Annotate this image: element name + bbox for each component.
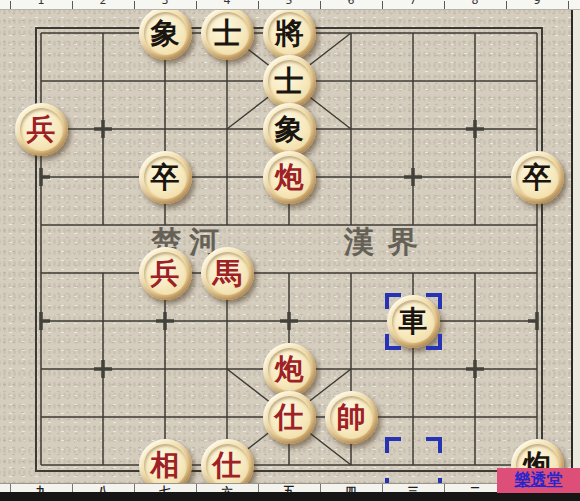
piece-black-chariot[interactable]: 車 [387,295,440,348]
ruler-tick [196,484,197,492]
bottom-coord-label: 九 [36,484,47,492]
top-coord-label: 8 [472,0,479,7]
piece-red-advisor[interactable]: 仕 [263,391,316,444]
piece-glyph: 車 [399,307,428,336]
ruler-tick [382,1,383,10]
piece-black-soldier[interactable]: 卒 [139,151,192,204]
piece-glyph: 卒 [523,163,552,192]
piece-red-cannon[interactable]: 炮 [263,151,316,204]
ruler-tick [196,1,197,10]
piece-glyph: 炮 [275,355,304,384]
top-coord-label: 5 [286,0,293,7]
bottom-coord-label: 四 [346,484,357,492]
ruler-tick [10,484,11,492]
piece-red-soldier[interactable]: 兵 [15,103,68,156]
ruler-tick [10,1,11,10]
bottom-coord-label: 七 [160,484,171,492]
ruler-tick [320,484,321,492]
piece-glyph: 仕 [275,403,304,432]
ruler-tick [134,484,135,492]
piece-glyph: 炮 [275,163,304,192]
bottom-black-bar [0,492,580,501]
ruler-tick [258,484,259,492]
watermark-lottery-hall-link[interactable]: 樂透堂 [497,468,580,493]
piece-glyph: 兵 [27,115,56,144]
piece-glyph: 兵 [151,259,180,288]
bottom-coord-label: 三 [408,484,419,492]
ruler-tick [258,1,259,10]
bottom-coord-label: 六 [222,484,233,492]
piece-glyph: 將 [275,19,304,48]
piece-layer: 象士將士兵象卒炮卒兵馬車炮仕帥相仕炮 [10,9,568,489]
right-edge-strip [571,0,580,501]
ruler-tick [72,484,73,492]
xiangqi-board: 楚河 漢界 象士將士兵象卒炮卒兵馬車炮仕帥相仕炮 [0,10,572,483]
piece-glyph: 士 [213,19,242,48]
piece-black-general[interactable]: 將 [263,7,316,60]
piece-red-cannon[interactable]: 炮 [263,343,316,396]
piece-black-soldier[interactable]: 卒 [511,151,564,204]
piece-glyph: 象 [151,19,180,48]
ruler-tick [382,484,383,492]
piece-glyph: 馬 [213,259,242,288]
piece-red-general[interactable]: 帥 [325,391,378,444]
piece-black-elephant[interactable]: 象 [139,7,192,60]
piece-glyph: 相 [151,451,180,480]
piece-black-elephant[interactable]: 象 [263,103,316,156]
top-coord-label: 7 [410,0,417,7]
piece-glyph: 帥 [337,403,366,432]
bottom-coord-label: 二 [470,484,481,492]
bottom-coord-label: 五 [284,484,295,492]
ruler-tick [568,1,569,10]
piece-glyph: 士 [275,67,304,96]
bottom-coordinate-ruler: 九八七六五四三二一 [0,483,580,492]
top-coord-label: 2 [100,0,107,7]
piece-black-advisor[interactable]: 士 [263,55,316,108]
ruler-tick [444,484,445,492]
piece-glyph: 仕 [213,451,242,480]
top-coordinate-ruler: 123456789 [0,0,580,10]
top-coord-label: 4 [224,0,231,7]
piece-glyph: 卒 [151,163,180,192]
piece-glyph: 象 [275,115,304,144]
top-coord-label: 3 [162,0,169,7]
ruler-tick [72,1,73,10]
top-coord-label: 6 [348,0,355,7]
bottom-coord-label: 八 [98,484,109,492]
piece-red-horse[interactable]: 馬 [201,247,254,300]
piece-red-soldier[interactable]: 兵 [139,247,192,300]
top-coord-label: 9 [534,0,541,7]
ruler-tick [134,1,135,10]
ruler-tick [320,1,321,10]
xiangqi-app-window: 楚河 漢界 象士將士兵象卒炮卒兵馬車炮仕帥相仕炮 123456789 九八七六五… [0,0,580,501]
ruler-tick [506,1,507,10]
ruler-tick [444,1,445,10]
piece-black-advisor[interactable]: 士 [201,7,254,60]
top-coord-label: 1 [38,0,45,7]
